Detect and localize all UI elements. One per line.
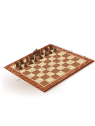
- board-square: [66, 65, 76, 70]
- clasp-hinge: [82, 55, 87, 57]
- product-photo: ♜♞♝♛♚♝♞♜♟♟♟♟♟♟♟♟: [0, 0, 95, 126]
